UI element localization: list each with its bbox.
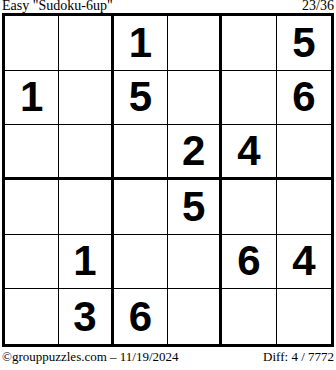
cell-r3c4[interactable]: 2 xyxy=(168,125,222,180)
given-digit: 6 xyxy=(292,76,315,118)
given-digit: 5 xyxy=(292,22,315,64)
cell-r1c2[interactable] xyxy=(59,16,113,71)
cell-r5c3[interactable] xyxy=(114,235,168,290)
cell-r6c5[interactable] xyxy=(222,289,276,344)
cell-r4c6[interactable] xyxy=(277,180,331,235)
given-digit: 6 xyxy=(129,296,152,338)
given-digit: 6 xyxy=(237,240,260,282)
given-digit: 1 xyxy=(129,22,152,64)
puzzle-counter: 23/36 xyxy=(302,0,334,13)
given-digit: 1 xyxy=(20,76,43,118)
given-digit: 4 xyxy=(292,240,315,282)
cell-r3c3[interactable] xyxy=(114,125,168,180)
cell-r6c4[interactable] xyxy=(168,289,222,344)
cell-r1c5[interactable] xyxy=(222,16,276,71)
cell-r2c2[interactable] xyxy=(59,71,113,126)
given-digit: 2 xyxy=(182,130,205,172)
cell-r2c6[interactable]: 6 xyxy=(277,71,331,126)
cell-r3c6[interactable] xyxy=(277,125,331,180)
cell-r4c2[interactable] xyxy=(59,180,113,235)
given-digit: 5 xyxy=(182,186,205,228)
cell-r5c6[interactable]: 4 xyxy=(277,235,331,290)
footer-difficulty: Diff: 4 / 7772 xyxy=(263,349,334,364)
cell-r3c2[interactable] xyxy=(59,125,113,180)
cell-r1c1[interactable] xyxy=(5,16,59,71)
cell-r6c2[interactable]: 3 xyxy=(59,289,113,344)
puzzle-page: Easy "Sudoku-6up" 23/36 1515624516436 ©g… xyxy=(0,0,336,370)
given-digit: 4 xyxy=(237,130,260,172)
cell-r2c5[interactable] xyxy=(222,71,276,126)
cell-r3c1[interactable] xyxy=(5,125,59,180)
cell-r5c4[interactable] xyxy=(168,235,222,290)
given-digit: 5 xyxy=(129,76,152,118)
footer-copyright: ©grouppuzzles.com – 11/19/2024 xyxy=(2,349,179,364)
sudoku-board: 1515624516436 xyxy=(2,13,334,347)
cell-r5c2[interactable]: 1 xyxy=(59,235,113,290)
cell-r4c1[interactable] xyxy=(5,180,59,235)
cell-r2c3[interactable]: 5 xyxy=(114,71,168,126)
cell-r5c5[interactable]: 6 xyxy=(222,235,276,290)
cell-r3c5[interactable]: 4 xyxy=(222,125,276,180)
cell-r6c1[interactable] xyxy=(5,289,59,344)
cell-r4c4[interactable]: 5 xyxy=(168,180,222,235)
cell-r6c3[interactable]: 6 xyxy=(114,289,168,344)
cell-r1c4[interactable] xyxy=(168,16,222,71)
given-digit: 3 xyxy=(73,296,96,338)
cell-r1c6[interactable]: 5 xyxy=(277,16,331,71)
given-digit: 1 xyxy=(73,240,96,282)
cell-r6c6[interactable] xyxy=(277,289,331,344)
cell-r2c1[interactable]: 1 xyxy=(5,71,59,126)
puzzle-title: Easy "Sudoku-6up" xyxy=(2,0,113,13)
cell-r2c4[interactable] xyxy=(168,71,222,126)
cell-r1c3[interactable]: 1 xyxy=(114,16,168,71)
cell-r4c3[interactable] xyxy=(114,180,168,235)
cell-r4c5[interactable] xyxy=(222,180,276,235)
cell-r5c1[interactable] xyxy=(5,235,59,290)
